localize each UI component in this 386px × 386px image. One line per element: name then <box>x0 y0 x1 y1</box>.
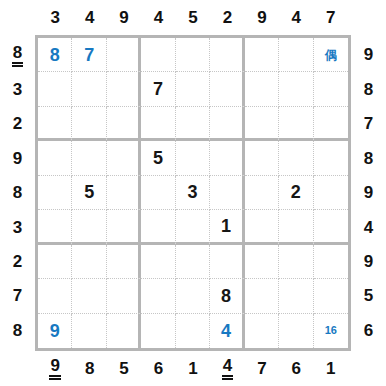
cell-r2c4[interactable]: 7 <box>141 72 175 106</box>
clue-value: 8 <box>363 81 374 99</box>
cell-r5c1[interactable] <box>38 176 72 210</box>
sudoku-grid: 87偶75532189416 <box>35 35 351 351</box>
entered-digit-r9c1: 9 <box>50 322 60 340</box>
cell-r1c2[interactable]: 7 <box>72 38 106 72</box>
cell-r1c1[interactable]: 8 <box>38 38 72 72</box>
cell-r9c6[interactable]: 4 <box>210 314 244 348</box>
cell-r8c6[interactable]: 8 <box>210 279 244 313</box>
clue-right-6[interactable]: 4 <box>351 210 386 244</box>
entered-digit-r1c2: 7 <box>84 46 94 64</box>
cell-r5c3[interactable] <box>107 176 141 210</box>
clue-value: 8 <box>12 322 23 340</box>
clue-bottom-2[interactable]: 8 <box>72 351 106 386</box>
clue-value: 2 <box>222 9 233 27</box>
cell-r4c9[interactable] <box>314 141 348 175</box>
clue-left-8[interactable]: 7 <box>0 279 35 313</box>
cell-r2c9[interactable] <box>314 72 348 106</box>
clue-value: 9 <box>49 357 60 380</box>
cell-r9c1[interactable]: 9 <box>38 314 72 348</box>
clue-strip-left: 832983278 <box>0 35 35 351</box>
clue-value: 6 <box>153 360 164 378</box>
clue-left-9[interactable]: 8 <box>0 314 35 348</box>
cell-r5c9[interactable] <box>314 176 348 210</box>
cell-r6c5[interactable] <box>176 210 210 244</box>
cell-r5c6[interactable] <box>210 176 244 210</box>
cell-r2c3[interactable] <box>107 72 141 106</box>
clue-right-4[interactable]: 8 <box>351 141 386 175</box>
corner-top-left <box>0 0 35 35</box>
cell-r6c9[interactable] <box>314 210 348 244</box>
clue-right-3[interactable]: 7 <box>351 107 386 141</box>
cell-r2c8[interactable] <box>279 72 313 106</box>
cell-r2c5[interactable] <box>176 72 210 106</box>
cell-r1c6[interactable] <box>210 38 244 72</box>
cell-r2c6[interactable] <box>210 72 244 106</box>
cell-r6c2[interactable] <box>72 210 106 244</box>
cell-r4c8[interactable] <box>279 141 313 175</box>
corner-top-right <box>351 0 386 35</box>
cell-r9c9[interactable]: 16 <box>314 314 348 348</box>
cell-r9c8[interactable] <box>279 314 313 348</box>
clue-value: 3 <box>49 9 60 27</box>
clue-strip-bottom: 985614761 <box>35 351 351 386</box>
clue-value: 4 <box>222 357 233 380</box>
cell-r3c9[interactable] <box>314 107 348 141</box>
cell-r6c7[interactable] <box>245 210 279 244</box>
clue-value: 5 <box>363 287 374 305</box>
cell-r8c7[interactable] <box>245 279 279 313</box>
clue-value: 6 <box>291 360 302 378</box>
clue-value: 8 <box>12 44 23 67</box>
cell-r4c7[interactable] <box>245 141 279 175</box>
cell-r9c4[interactable] <box>141 314 175 348</box>
clue-top-9[interactable]: 7 <box>314 0 348 35</box>
cell-r8c4[interactable] <box>141 279 175 313</box>
clue-right-7[interactable]: 9 <box>351 245 386 279</box>
cell-r1c4[interactable] <box>141 38 175 72</box>
cell-r3c3[interactable] <box>107 107 141 141</box>
clue-value: 3 <box>12 219 23 237</box>
clue-top-1[interactable]: 3 <box>38 0 72 35</box>
cell-r1c3[interactable] <box>107 38 141 72</box>
cell-r9c5[interactable] <box>176 314 210 348</box>
clue-right-9[interactable]: 6 <box>351 314 386 348</box>
cell-r7c2[interactable] <box>72 245 106 279</box>
cell-r6c1[interactable] <box>38 210 72 244</box>
cell-r7c7[interactable] <box>245 245 279 279</box>
cell-r6c8[interactable] <box>279 210 313 244</box>
clue-bottom-1[interactable]: 9 <box>38 351 72 386</box>
given-digit-r5c5: 3 <box>187 183 197 201</box>
cell-r3c4[interactable] <box>141 107 175 141</box>
cell-r4c4[interactable]: 5 <box>141 141 175 175</box>
clue-value: 8 <box>363 150 374 168</box>
clue-value: 9 <box>12 150 23 168</box>
cell-r7c1[interactable] <box>38 245 72 279</box>
sudoku-board: 349452947 832983278 87偶75532189416 98789… <box>0 0 386 386</box>
clue-strip-top: 349452947 <box>35 0 351 35</box>
cell-r3c2[interactable] <box>72 107 106 141</box>
cell-r8c5[interactable] <box>176 279 210 313</box>
clue-right-2[interactable]: 8 <box>351 72 386 106</box>
cell-r6c6[interactable]: 1 <box>210 210 244 244</box>
cell-r3c7[interactable] <box>245 107 279 141</box>
clue-value: 7 <box>12 287 23 305</box>
clue-value: 4 <box>84 9 95 27</box>
clue-value: 3 <box>12 81 23 99</box>
clue-value: 9 <box>118 9 129 27</box>
corner-bottom-left <box>0 351 35 386</box>
clue-value: 2 <box>12 115 23 133</box>
cell-r3c6[interactable] <box>210 107 244 141</box>
clue-bottom-8[interactable]: 6 <box>279 351 313 386</box>
cell-r4c5[interactable] <box>176 141 210 175</box>
clue-top-4[interactable]: 4 <box>141 0 175 35</box>
given-digit-r5c2: 5 <box>84 183 94 201</box>
clue-bottom-6[interactable]: 4 <box>210 351 244 386</box>
cell-r7c8[interactable] <box>279 245 313 279</box>
clue-value: 2 <box>12 253 23 271</box>
clue-right-8[interactable]: 5 <box>351 279 386 313</box>
clue-value: 7 <box>256 360 267 378</box>
cell-r1c5[interactable] <box>176 38 210 72</box>
cell-r4c1[interactable] <box>38 141 72 175</box>
cell-r5c5[interactable]: 3 <box>176 176 210 210</box>
entered-digit-r1c1: 8 <box>50 46 60 64</box>
given-digit-r5c8: 2 <box>291 183 301 201</box>
cell-r7c9[interactable] <box>314 245 348 279</box>
given-digit-r6c6: 1 <box>221 217 231 235</box>
clue-value: 7 <box>363 115 374 133</box>
clue-value: 5 <box>187 9 198 27</box>
clue-left-3[interactable]: 2 <box>0 107 35 141</box>
cell-r7c4[interactable] <box>141 245 175 279</box>
cell-r4c3[interactable] <box>107 141 141 175</box>
clue-left-5[interactable]: 8 <box>0 176 35 210</box>
clue-top-2[interactable]: 4 <box>72 0 106 35</box>
pencilmark-r9c9: 16 <box>325 325 337 336</box>
cell-r8c1[interactable] <box>38 279 72 313</box>
clue-left-2[interactable]: 3 <box>0 72 35 106</box>
given-digit-r2c4: 7 <box>153 80 163 98</box>
cell-r7c5[interactable] <box>176 245 210 279</box>
cell-r8c3[interactable] <box>107 279 141 313</box>
entered-digit-r9c6: 4 <box>221 322 231 340</box>
cell-r9c3[interactable] <box>107 314 141 348</box>
cell-r9c2[interactable] <box>72 314 106 348</box>
clue-right-5[interactable]: 9 <box>351 176 386 210</box>
cell-r5c4[interactable] <box>141 176 175 210</box>
cell-r1c7[interactable] <box>245 38 279 72</box>
cell-r5c8[interactable]: 2 <box>279 176 313 210</box>
clue-left-6[interactable]: 3 <box>0 210 35 244</box>
cell-r8c9[interactable] <box>314 279 348 313</box>
cell-r7c3[interactable] <box>107 245 141 279</box>
clue-top-8[interactable]: 4 <box>279 0 313 35</box>
clue-top-3[interactable]: 9 <box>107 0 141 35</box>
clue-value: 1 <box>325 360 336 378</box>
clue-left-1[interactable]: 8 <box>0 38 35 72</box>
cell-r1c9[interactable]: 偶 <box>314 38 348 72</box>
clue-value: 4 <box>363 219 374 237</box>
clue-value: 5 <box>118 360 129 378</box>
clue-left-7[interactable]: 2 <box>0 245 35 279</box>
clue-bottom-5[interactable]: 1 <box>176 351 210 386</box>
cell-r5c2[interactable]: 5 <box>72 176 106 210</box>
corner-bottom-right <box>351 351 386 386</box>
cell-r5c7[interactable] <box>245 176 279 210</box>
clue-bottom-3[interactable]: 5 <box>107 351 141 386</box>
cell-r2c2[interactable] <box>72 72 106 106</box>
clue-value: 8 <box>84 360 95 378</box>
clue-value: 9 <box>363 184 374 202</box>
clue-value: 4 <box>291 9 302 27</box>
clue-bottom-7[interactable]: 7 <box>245 351 279 386</box>
cell-r6c4[interactable] <box>141 210 175 244</box>
clue-bottom-9[interactable]: 1 <box>314 351 348 386</box>
clue-value: 8 <box>12 184 23 202</box>
clue-value: 1 <box>187 360 198 378</box>
clue-bottom-4[interactable]: 6 <box>141 351 175 386</box>
cell-r2c1[interactable] <box>38 72 72 106</box>
pencilmark-r1c9: 偶 <box>325 49 337 61</box>
cell-r3c8[interactable] <box>279 107 313 141</box>
cell-r9c7[interactable] <box>245 314 279 348</box>
cell-r7c6[interactable] <box>210 245 244 279</box>
clue-value: 9 <box>256 9 267 27</box>
clue-top-6[interactable]: 2 <box>210 0 244 35</box>
cell-r6c3[interactable] <box>107 210 141 244</box>
clue-value: 4 <box>153 9 164 27</box>
given-digit-r8c6: 8 <box>221 287 231 305</box>
clue-value: 6 <box>363 322 374 340</box>
cell-r2c7[interactable] <box>245 72 279 106</box>
cell-r8c8[interactable] <box>279 279 313 313</box>
clue-top-7[interactable]: 9 <box>245 0 279 35</box>
cell-r3c1[interactable] <box>38 107 72 141</box>
clue-strip-right: 987894956 <box>351 35 386 351</box>
clue-value: 7 <box>325 9 336 27</box>
clue-right-1[interactable]: 9 <box>351 38 386 72</box>
clue-left-4[interactable]: 9 <box>0 141 35 175</box>
cell-r3c5[interactable] <box>176 107 210 141</box>
cell-r1c8[interactable] <box>279 38 313 72</box>
clue-value: 9 <box>363 46 374 64</box>
cell-r8c2[interactable] <box>72 279 106 313</box>
cell-r4c6[interactable] <box>210 141 244 175</box>
clue-value: 9 <box>363 253 374 271</box>
clue-top-5[interactable]: 5 <box>176 0 210 35</box>
given-digit-r4c4: 5 <box>153 149 163 167</box>
cell-r4c2[interactable] <box>72 141 106 175</box>
